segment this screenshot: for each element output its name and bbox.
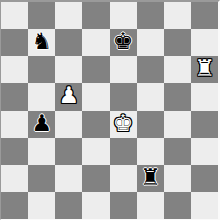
square-c4[interactable] xyxy=(55,111,82,138)
piece-white-king[interactable]: ♚ xyxy=(113,112,134,135)
square-d1[interactable] xyxy=(82,192,109,219)
square-g4[interactable] xyxy=(164,111,191,138)
square-b7[interactable]: ♞ xyxy=(28,29,55,56)
square-f8[interactable] xyxy=(137,2,164,29)
square-f3[interactable] xyxy=(137,138,164,165)
piece-white-pawn[interactable]: ♟ xyxy=(59,84,80,107)
square-e3[interactable] xyxy=(110,138,137,165)
square-b1[interactable] xyxy=(28,192,55,219)
square-d7[interactable] xyxy=(82,29,109,56)
square-c7[interactable] xyxy=(55,29,82,56)
square-f4[interactable] xyxy=(137,111,164,138)
square-c6[interactable] xyxy=(55,56,82,83)
square-d5[interactable] xyxy=(82,83,109,110)
square-d8[interactable] xyxy=(82,2,109,29)
square-f1[interactable] xyxy=(137,192,164,219)
square-a6[interactable] xyxy=(1,56,28,83)
square-d6[interactable] xyxy=(82,56,109,83)
piece-black-king[interactable]: ♚ xyxy=(113,30,134,53)
square-e1[interactable] xyxy=(110,192,137,219)
square-g7[interactable] xyxy=(164,29,191,56)
square-a4[interactable] xyxy=(1,111,28,138)
square-g5[interactable] xyxy=(164,83,191,110)
square-g6[interactable] xyxy=(164,56,191,83)
square-g2[interactable] xyxy=(164,165,191,192)
square-c5[interactable]: ♟ xyxy=(55,83,82,110)
square-b8[interactable] xyxy=(28,2,55,29)
piece-white-rook[interactable]: ♜ xyxy=(194,57,215,80)
square-h1[interactable] xyxy=(191,192,218,219)
square-b2[interactable] xyxy=(28,165,55,192)
square-h4[interactable] xyxy=(191,111,218,138)
square-f6[interactable] xyxy=(137,56,164,83)
square-b3[interactable] xyxy=(28,138,55,165)
chess-board: ♞♚♜♟♟♚♜ xyxy=(1,2,218,219)
board-frame: ♞♚♜♟♟♚♜ xyxy=(0,0,220,220)
square-b4[interactable]: ♟ xyxy=(28,111,55,138)
square-a3[interactable] xyxy=(1,138,28,165)
square-h3[interactable] xyxy=(191,138,218,165)
square-c3[interactable] xyxy=(55,138,82,165)
square-e5[interactable] xyxy=(110,83,137,110)
square-b6[interactable] xyxy=(28,56,55,83)
square-a1[interactable] xyxy=(1,192,28,219)
square-d3[interactable] xyxy=(82,138,109,165)
square-e4[interactable]: ♚ xyxy=(110,111,137,138)
square-f7[interactable] xyxy=(137,29,164,56)
square-e8[interactable] xyxy=(110,2,137,29)
square-g3[interactable] xyxy=(164,138,191,165)
square-b5[interactable] xyxy=(28,83,55,110)
square-g8[interactable] xyxy=(164,2,191,29)
square-h5[interactable] xyxy=(191,83,218,110)
square-f5[interactable] xyxy=(137,83,164,110)
square-c8[interactable] xyxy=(55,2,82,29)
square-d4[interactable] xyxy=(82,111,109,138)
square-d2[interactable] xyxy=(82,165,109,192)
square-h7[interactable] xyxy=(191,29,218,56)
square-a2[interactable] xyxy=(1,165,28,192)
square-a5[interactable] xyxy=(1,83,28,110)
piece-black-pawn[interactable]: ♟ xyxy=(31,112,52,135)
piece-black-knight[interactable]: ♞ xyxy=(31,30,52,53)
square-h2[interactable] xyxy=(191,165,218,192)
square-c1[interactable] xyxy=(55,192,82,219)
square-a7[interactable] xyxy=(1,29,28,56)
square-a8[interactable] xyxy=(1,2,28,29)
square-h8[interactable] xyxy=(191,2,218,29)
square-g1[interactable] xyxy=(164,192,191,219)
square-e7[interactable]: ♚ xyxy=(110,29,137,56)
square-h6[interactable]: ♜ xyxy=(191,56,218,83)
square-c2[interactable] xyxy=(55,165,82,192)
square-f2[interactable]: ♜ xyxy=(137,165,164,192)
square-e2[interactable] xyxy=(110,165,137,192)
piece-black-rook[interactable]: ♜ xyxy=(140,166,161,189)
square-e6[interactable] xyxy=(110,56,137,83)
